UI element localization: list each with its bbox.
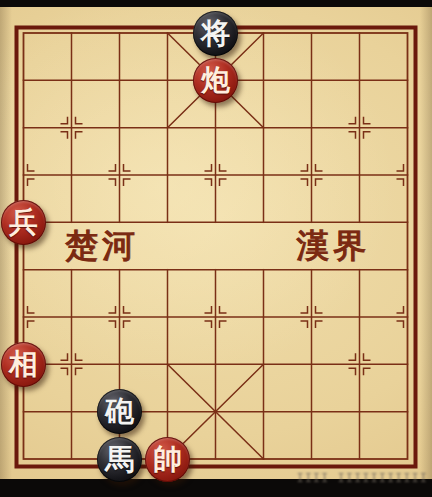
piece-red-cannon[interactable]: 炮 xyxy=(193,58,238,103)
screenshot: 楚河 漢界 将炮兵相砲馬帥 IIII IIIIIIIIIII xyxy=(0,0,432,497)
piece-black-general[interactable]: 将 xyxy=(193,11,238,56)
river-label-right: 漢界 xyxy=(296,224,370,269)
piece-black-horse[interactable]: 馬 xyxy=(97,437,142,482)
piece-red-soldier[interactable]: 兵 xyxy=(1,200,46,245)
river-label-left: 楚河 xyxy=(65,224,139,269)
piece-red-elephant[interactable]: 相 xyxy=(1,342,46,387)
piece-black-cannon[interactable]: 砲 xyxy=(97,389,142,434)
piece-red-general[interactable]: 帥 xyxy=(145,437,190,482)
watermark: IIII IIIIIIIIIII xyxy=(296,471,428,486)
